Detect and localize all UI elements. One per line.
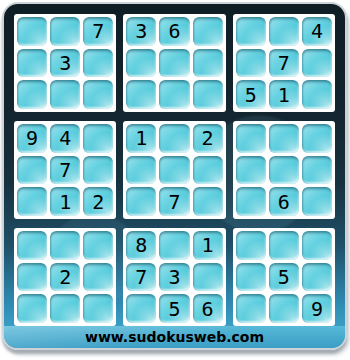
cell-r3c8[interactable]: 1 [269, 80, 299, 109]
cell-r9c1[interactable] [17, 294, 47, 323]
cell-r1c7[interactable] [236, 17, 266, 46]
cell-r2c4[interactable] [126, 49, 156, 78]
cell-r7c7[interactable] [236, 231, 266, 260]
cell-r5c2[interactable]: 7 [50, 156, 80, 185]
box-1-1: 73 [14, 14, 116, 112]
cell-r3c4[interactable] [126, 80, 156, 109]
cell-r7c5[interactable] [159, 231, 189, 260]
cell-r9c9[interactable]: 9 [302, 294, 332, 323]
cell-r9c6[interactable]: 6 [193, 294, 223, 323]
cell-r5c9[interactable] [302, 156, 332, 185]
cell-r8c7[interactable] [236, 263, 266, 292]
cell-r1c4[interactable]: 3 [126, 17, 156, 46]
cell-r4c7[interactable] [236, 124, 266, 153]
cell-r3c2[interactable] [50, 80, 80, 109]
cell-r6c3[interactable]: 2 [83, 187, 113, 216]
cell-r4c3[interactable] [83, 124, 113, 153]
box-1-3: 4751 [233, 14, 335, 112]
cell-r6c2[interactable]: 1 [50, 187, 80, 216]
cell-r7c3[interactable] [83, 231, 113, 260]
cell-r8c5[interactable]: 3 [159, 263, 189, 292]
cell-r1c6[interactable] [193, 17, 223, 46]
cell-r8c4[interactable]: 7 [126, 263, 156, 292]
cell-r7c4[interactable]: 8 [126, 231, 156, 260]
site-url-link[interactable]: www.sudokusweb.com [85, 329, 264, 345]
footer-band: www.sudokusweb.com [4, 326, 345, 348]
cell-r4c8[interactable] [269, 124, 299, 153]
cell-r6c5[interactable]: 7 [159, 187, 189, 216]
cell-r3c6[interactable] [193, 80, 223, 109]
cell-r8c2[interactable]: 2 [50, 263, 80, 292]
cell-r3c5[interactable] [159, 80, 189, 109]
box-3-3: 59 [233, 228, 335, 326]
box-3-1: 2 [14, 228, 116, 326]
cell-r6c7[interactable] [236, 187, 266, 216]
cell-r1c5[interactable]: 6 [159, 17, 189, 46]
cell-r1c3[interactable]: 7 [83, 17, 113, 46]
cell-r8c3[interactable] [83, 263, 113, 292]
cell-r5c5[interactable] [159, 156, 189, 185]
cell-r8c6[interactable] [193, 263, 223, 292]
cell-r9c2[interactable] [50, 294, 80, 323]
sudoku-page: 73364751947121276281735659 www.sudokuswe… [0, 0, 350, 360]
cell-r9c4[interactable] [126, 294, 156, 323]
cell-r4c1[interactable]: 9 [17, 124, 47, 153]
cell-r4c6[interactable]: 2 [193, 124, 223, 153]
cell-r5c4[interactable] [126, 156, 156, 185]
cell-r3c9[interactable] [302, 80, 332, 109]
cell-r7c2[interactable] [50, 231, 80, 260]
cell-r5c1[interactable] [17, 156, 47, 185]
cell-r3c3[interactable] [83, 80, 113, 109]
cell-r1c2[interactable] [50, 17, 80, 46]
cell-r5c7[interactable] [236, 156, 266, 185]
box-2-3: 6 [233, 121, 335, 219]
cell-r6c8[interactable]: 6 [269, 187, 299, 216]
cell-r6c6[interactable] [193, 187, 223, 216]
cell-r4c5[interactable] [159, 124, 189, 153]
box-3-2: 817356 [123, 228, 225, 326]
cell-r2c8[interactable]: 7 [269, 49, 299, 78]
cell-r2c9[interactable] [302, 49, 332, 78]
cell-r9c5[interactable]: 5 [159, 294, 189, 323]
cell-r6c1[interactable] [17, 187, 47, 216]
cell-r7c8[interactable] [269, 231, 299, 260]
cell-r5c6[interactable] [193, 156, 223, 185]
cell-r9c7[interactable] [236, 294, 266, 323]
cell-r2c2[interactable]: 3 [50, 49, 80, 78]
cell-r2c3[interactable] [83, 49, 113, 78]
cell-r4c4[interactable]: 1 [126, 124, 156, 153]
cell-r5c8[interactable] [269, 156, 299, 185]
cell-r5c3[interactable] [83, 156, 113, 185]
cell-r3c1[interactable] [17, 80, 47, 109]
cell-r1c9[interactable]: 4 [302, 17, 332, 46]
cell-r7c9[interactable] [302, 231, 332, 260]
cell-r8c9[interactable] [302, 263, 332, 292]
cell-r2c6[interactable] [193, 49, 223, 78]
board-frame: 73364751947121276281735659 www.sudokuswe… [2, 2, 347, 350]
box-2-1: 94712 [14, 121, 116, 219]
cell-r9c8[interactable] [269, 294, 299, 323]
cell-r7c6[interactable]: 1 [193, 231, 223, 260]
cell-r6c9[interactable] [302, 187, 332, 216]
cell-r3c7[interactable]: 5 [236, 80, 266, 109]
cell-r4c2[interactable]: 4 [50, 124, 80, 153]
cell-r1c1[interactable] [17, 17, 47, 46]
cell-r8c8[interactable]: 5 [269, 263, 299, 292]
box-2-2: 127 [123, 121, 225, 219]
cell-r1c8[interactable] [269, 17, 299, 46]
cell-r2c1[interactable] [17, 49, 47, 78]
box-1-2: 36 [123, 14, 225, 112]
cell-r4c9[interactable] [302, 124, 332, 153]
cell-r2c5[interactable] [159, 49, 189, 78]
cell-r2c7[interactable] [236, 49, 266, 78]
cell-r6c4[interactable] [126, 187, 156, 216]
sudoku-board: 73364751947121276281735659 [14, 14, 335, 326]
cell-r9c3[interactable] [83, 294, 113, 323]
cell-r8c1[interactable] [17, 263, 47, 292]
cell-r7c1[interactable] [17, 231, 47, 260]
